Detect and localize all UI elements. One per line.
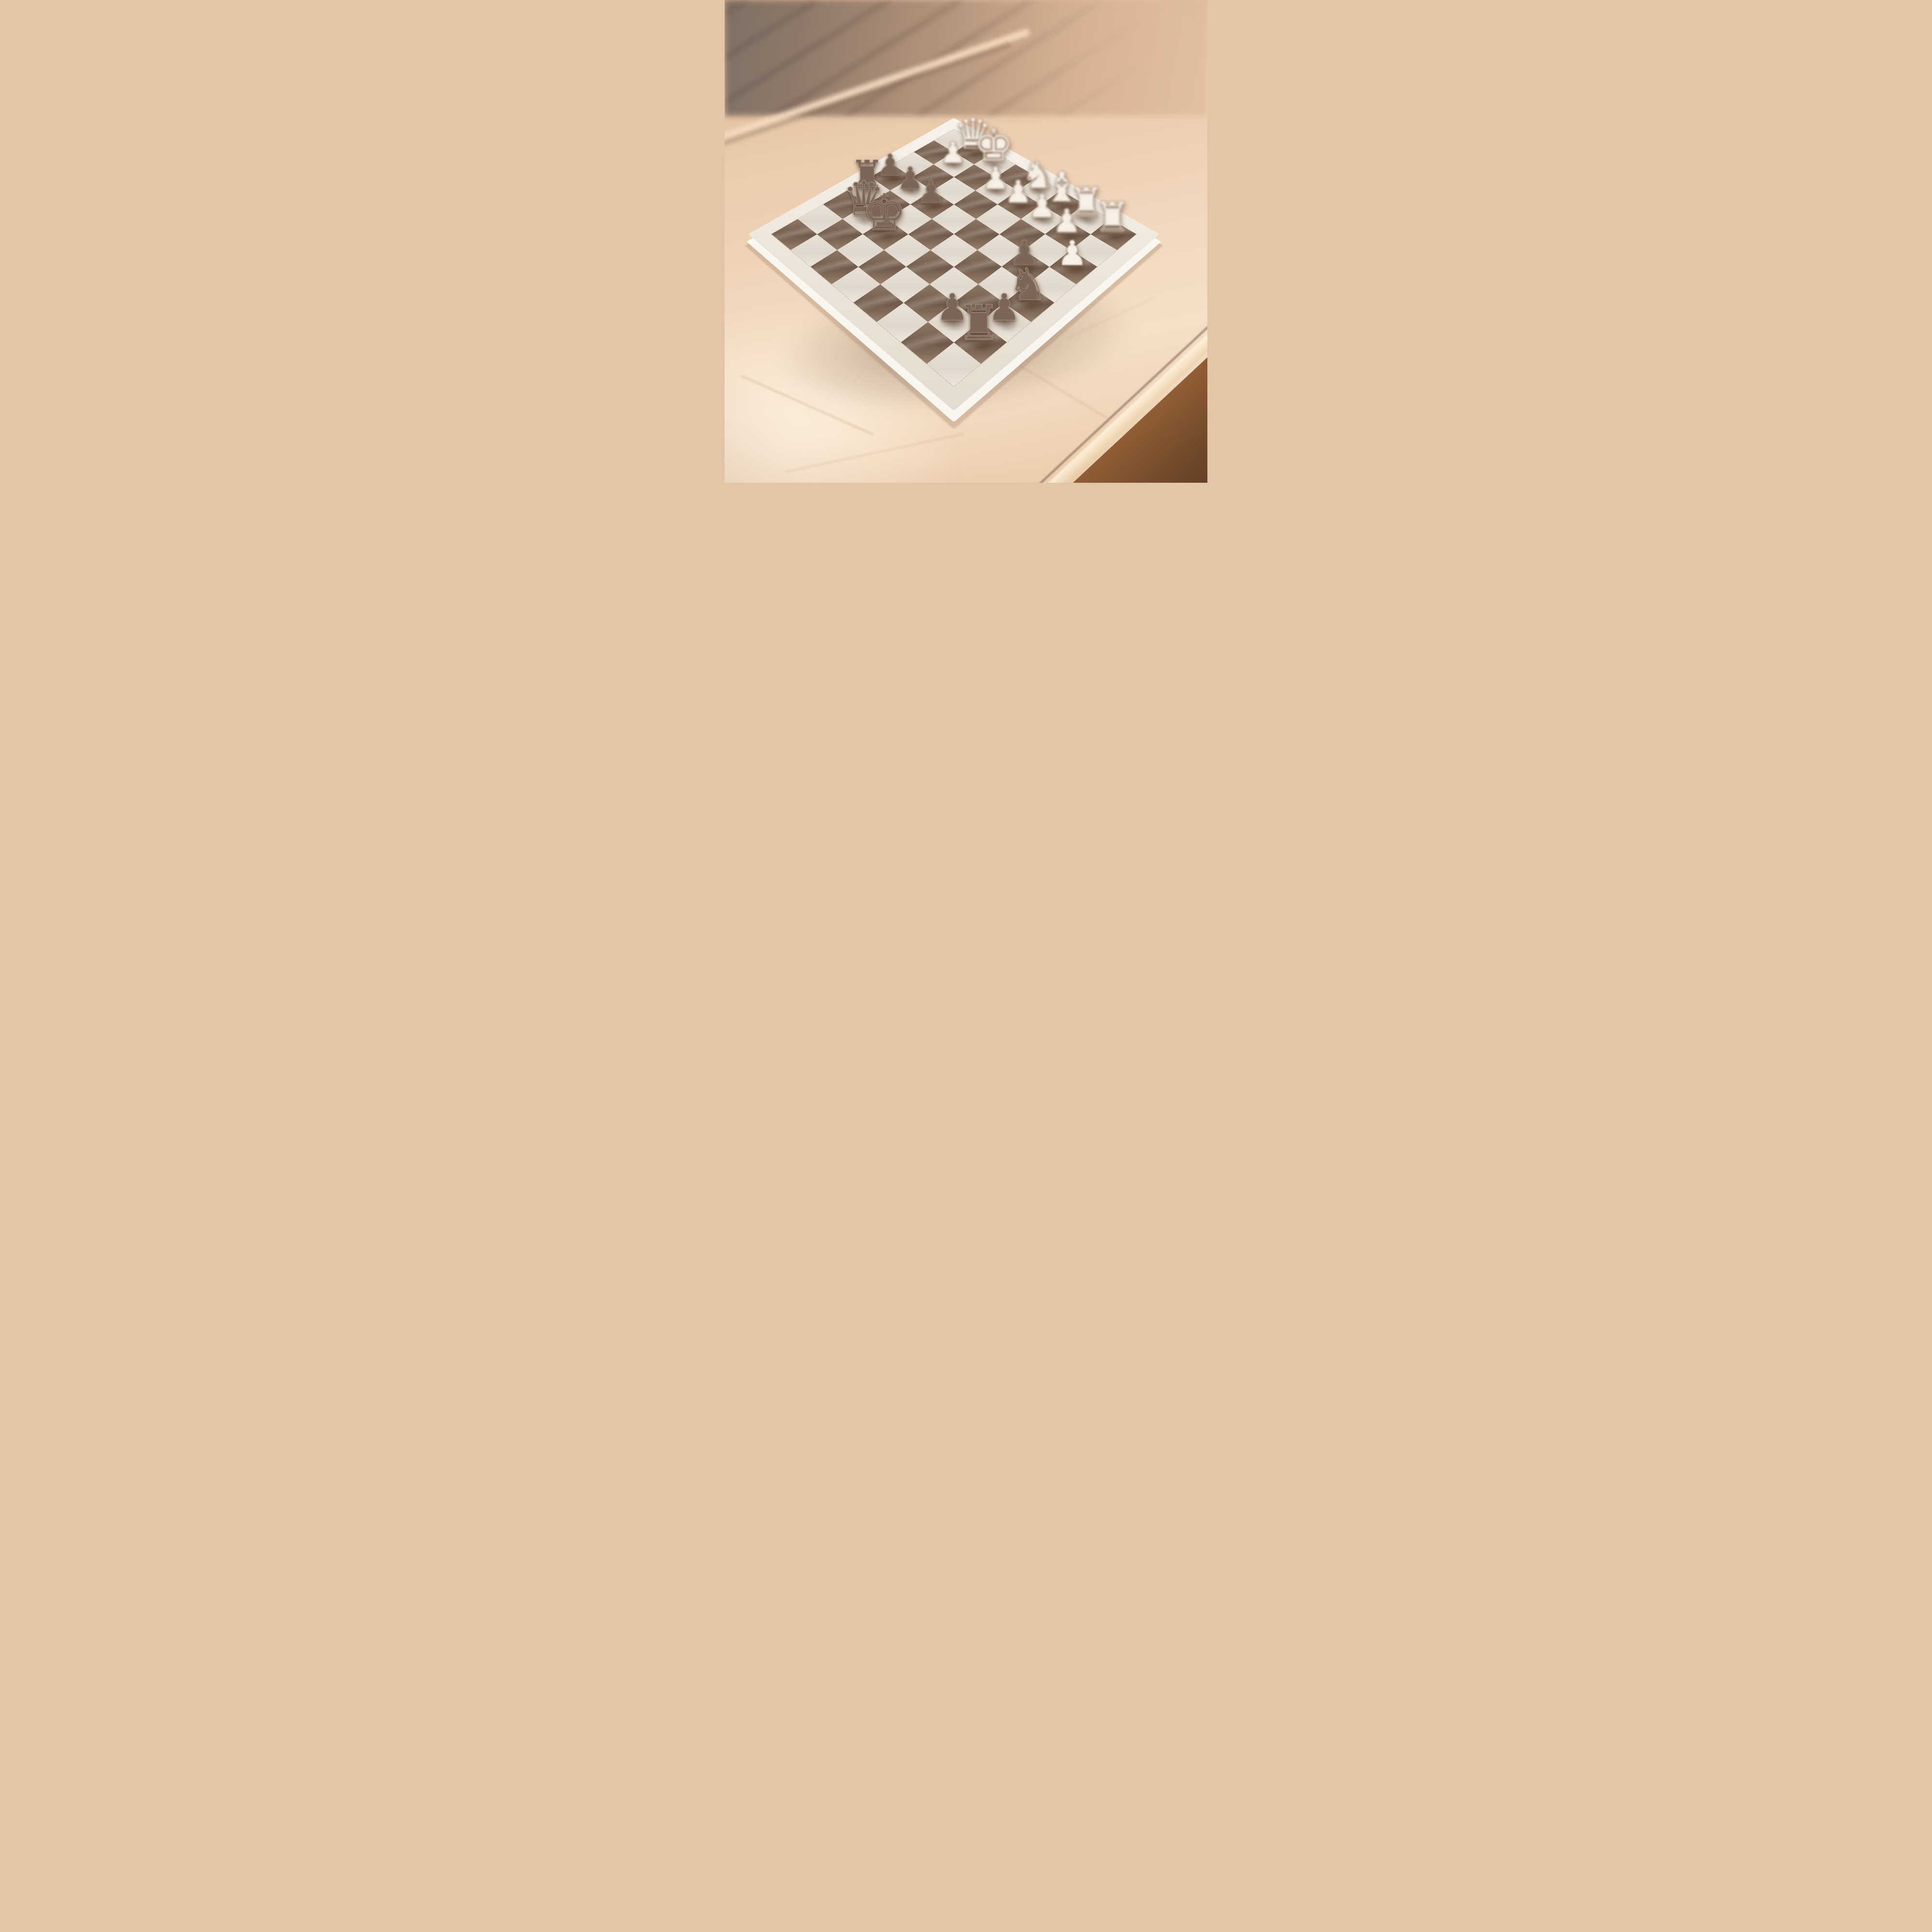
- photo-scene: ♛♚♞♝♜♜♟♟♟♟♟♟♟♟♟♟♜♞♛♚♟♟♜: [725, 0, 1207, 483]
- square-h8[interactable]: ♜: [1091, 219, 1136, 250]
- square-b2[interactable]: [817, 219, 863, 250]
- square-h2[interactable]: ♜: [954, 322, 1007, 364]
